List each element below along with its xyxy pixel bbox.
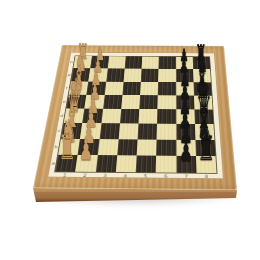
- square-e7: [176, 95, 194, 109]
- square-a7: [176, 156, 196, 173]
- coord-front-1: 1: [63, 172, 67, 176]
- square-h3: [107, 56, 125, 68]
- square-c5: [138, 124, 158, 140]
- coord-front-4: 4: [124, 173, 127, 177]
- coord-front-6: 6: [164, 173, 167, 177]
- coord-front-8: 8: [205, 174, 208, 178]
- square-h5: [142, 57, 159, 69]
- square-b2: [78, 139, 99, 155]
- square-f1: [69, 81, 89, 94]
- square-a2: [75, 155, 97, 172]
- square-c1: [61, 123, 82, 139]
- square-g3: [106, 69, 125, 82]
- square-b4: [117, 139, 138, 155]
- square-a1: [55, 155, 78, 172]
- board-grid: [55, 56, 216, 173]
- chess-set-photo: 12345678hgfedcba ♜♟♟♜♞♟♟♞♝♟♟♝♚♟♟♚♛♟♟♛♝♟♟…: [0, 0, 260, 260]
- coord-left-h: h: [70, 61, 73, 64]
- square-g6: [158, 69, 175, 82]
- square-d8: [194, 109, 213, 124]
- coord-front-7: 7: [185, 174, 188, 178]
- square-h4: [124, 56, 142, 68]
- square-c2: [80, 123, 101, 139]
- square-c8: [195, 124, 215, 140]
- square-c7: [176, 124, 195, 140]
- square-f3: [104, 81, 123, 95]
- square-g8: [193, 69, 211, 82]
- square-f6: [158, 82, 176, 96]
- square-a4: [116, 155, 137, 172]
- chess-board: 12345678hgfedcba: [33, 45, 237, 190]
- square-c6: [157, 124, 176, 140]
- coord-left-f: f: [66, 86, 68, 89]
- square-h8: [192, 57, 210, 69]
- square-h7: [176, 57, 193, 69]
- square-g5: [141, 69, 159, 82]
- square-e8: [194, 95, 213, 109]
- square-g2: [88, 68, 107, 81]
- coord-front-2: 2: [83, 173, 87, 177]
- square-g7: [176, 69, 194, 82]
- square-d5: [138, 109, 157, 124]
- square-a3: [95, 155, 117, 172]
- square-b1: [58, 138, 80, 154]
- square-d6: [157, 109, 176, 124]
- square-a5: [136, 155, 157, 172]
- square-h1: [73, 56, 92, 68]
- square-c4: [118, 124, 138, 140]
- square-e2: [84, 95, 104, 109]
- square-c3: [99, 123, 119, 139]
- square-b3: [97, 139, 118, 155]
- square-d7: [176, 109, 195, 124]
- square-h6: [159, 57, 176, 69]
- square-f8: [193, 82, 211, 96]
- square-d3: [101, 109, 121, 124]
- square-e1: [66, 94, 86, 108]
- square-h2: [90, 56, 108, 68]
- square-b5: [137, 139, 157, 155]
- square-b8: [195, 140, 215, 156]
- square-f7: [176, 82, 194, 96]
- square-e3: [103, 95, 122, 109]
- square-a6: [156, 155, 176, 172]
- square-e4: [121, 95, 140, 109]
- square-b7: [176, 139, 196, 155]
- coord-front-3: 3: [103, 173, 107, 177]
- square-f5: [140, 82, 158, 96]
- square-d2: [82, 109, 102, 124]
- square-g1: [71, 68, 90, 81]
- coord-front-5: 5: [144, 173, 147, 177]
- square-e6: [158, 95, 176, 109]
- square-d4: [120, 109, 140, 124]
- square-f2: [87, 81, 106, 94]
- square-b6: [156, 139, 176, 155]
- square-a8: [196, 156, 217, 173]
- square-d1: [64, 108, 85, 123]
- coord-left-c: c: [57, 129, 60, 133]
- square-f4: [122, 81, 141, 95]
- coord-left-g: g: [68, 73, 71, 76]
- square-e5: [139, 95, 158, 109]
- square-g4: [123, 69, 141, 82]
